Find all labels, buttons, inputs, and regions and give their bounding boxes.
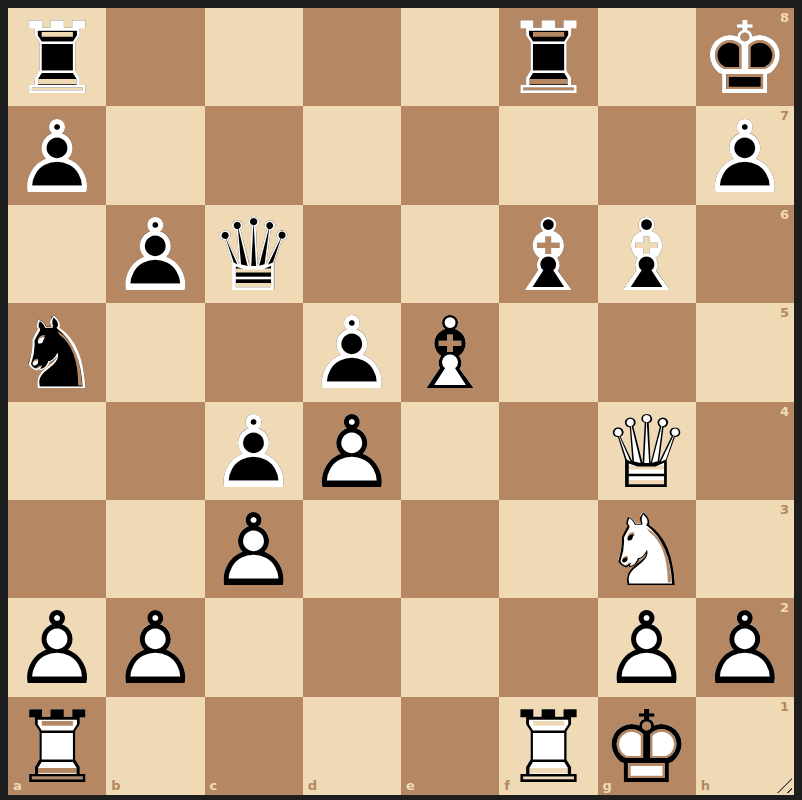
square-b1[interactable]: b <box>106 697 204 795</box>
white-bishop[interactable]: ♝♗ <box>401 303 499 401</box>
square-e6[interactable] <box>401 205 499 303</box>
square-c3[interactable]: ♟♙ <box>205 500 303 598</box>
square-b4[interactable] <box>106 402 204 500</box>
square-g5[interactable] <box>598 303 696 401</box>
square-a8[interactable]: ♜♖ <box>8 8 106 106</box>
square-h7[interactable]: ♟♙7 <box>696 106 794 204</box>
square-e4[interactable] <box>401 402 499 500</box>
square-a1[interactable]: ♜♖a <box>8 697 106 795</box>
square-c6[interactable]: ♛♕ <box>205 205 303 303</box>
file-label-b: b <box>111 779 120 792</box>
square-a3[interactable] <box>8 500 106 598</box>
square-b3[interactable] <box>106 500 204 598</box>
square-h8[interactable]: ♚♔8 <box>696 8 794 106</box>
rank-label-1: 1 <box>780 700 789 713</box>
square-d3[interactable] <box>303 500 401 598</box>
white-pawn[interactable]: ♟♙ <box>205 500 303 598</box>
square-f2[interactable] <box>499 598 597 696</box>
square-d6[interactable] <box>303 205 401 303</box>
square-d2[interactable] <box>303 598 401 696</box>
chess-board: ♜♖♜♖♚♔8♟♙♟♙7♟♙♛♕♝♗♝♗6♞♘♟♙♝♗5♟♙♟♙♛♕4♟♙♞♘3… <box>8 8 794 795</box>
black-pawn[interactable]: ♟♙ <box>696 106 794 204</box>
file-label-d: d <box>308 779 317 792</box>
square-c7[interactable] <box>205 106 303 204</box>
square-f6[interactable]: ♝♗ <box>499 205 597 303</box>
square-a2[interactable]: ♟♙ <box>8 598 106 696</box>
square-c2[interactable] <box>205 598 303 696</box>
square-e3[interactable] <box>401 500 499 598</box>
square-a6[interactable] <box>8 205 106 303</box>
square-f1[interactable]: ♜♖f <box>499 697 597 795</box>
square-a7[interactable]: ♟♙ <box>8 106 106 204</box>
square-e8[interactable] <box>401 8 499 106</box>
square-c4[interactable]: ♟♙ <box>205 402 303 500</box>
square-d1[interactable]: d <box>303 697 401 795</box>
file-label-e: e <box>406 779 415 792</box>
square-b6[interactable]: ♟♙ <box>106 205 204 303</box>
square-g4[interactable]: ♛♕ <box>598 402 696 500</box>
white-rook[interactable]: ♜♖ <box>8 697 106 795</box>
square-b7[interactable] <box>106 106 204 204</box>
square-e7[interactable] <box>401 106 499 204</box>
chess-board-frame: ♜♖♜♖♚♔8♟♙♟♙7♟♙♛♕♝♗♝♗6♞♘♟♙♝♗5♟♙♟♙♛♕4♟♙♞♘3… <box>0 0 802 800</box>
black-rook[interactable]: ♜♖ <box>8 8 106 106</box>
square-b2[interactable]: ♟♙ <box>106 598 204 696</box>
square-c5[interactable] <box>205 303 303 401</box>
square-a4[interactable] <box>8 402 106 500</box>
rank-label-4: 4 <box>780 405 789 418</box>
square-b8[interactable] <box>106 8 204 106</box>
rank-label-6: 6 <box>780 208 789 221</box>
square-f7[interactable] <box>499 106 597 204</box>
file-label-h: h <box>701 779 710 792</box>
square-d7[interactable] <box>303 106 401 204</box>
square-e5[interactable]: ♝♗ <box>401 303 499 401</box>
square-g2[interactable]: ♟♙ <box>598 598 696 696</box>
white-pawn[interactable]: ♟♙ <box>303 402 401 500</box>
square-h1[interactable]: 1h <box>696 697 794 795</box>
square-d4[interactable]: ♟♙ <box>303 402 401 500</box>
square-g8[interactable] <box>598 8 696 106</box>
black-queen[interactable]: ♛♕ <box>205 205 303 303</box>
white-queen[interactable]: ♛♕ <box>598 402 696 500</box>
rank-label-3: 3 <box>780 503 789 516</box>
black-knight[interactable]: ♞♘ <box>8 303 106 401</box>
white-pawn[interactable]: ♟♙ <box>106 598 204 696</box>
white-rook[interactable]: ♜♖ <box>499 697 597 795</box>
square-c1[interactable]: c <box>205 697 303 795</box>
square-g6[interactable]: ♝♗ <box>598 205 696 303</box>
file-label-c: c <box>210 779 218 792</box>
square-e2[interactable] <box>401 598 499 696</box>
square-f3[interactable] <box>499 500 597 598</box>
black-pawn[interactable]: ♟♙ <box>303 303 401 401</box>
black-pawn[interactable]: ♟♙ <box>205 402 303 500</box>
square-g3[interactable]: ♞♘ <box>598 500 696 598</box>
white-knight[interactable]: ♞♘ <box>598 500 696 598</box>
square-h4[interactable]: 4 <box>696 402 794 500</box>
square-e1[interactable]: e <box>401 697 499 795</box>
square-h5[interactable]: 5 <box>696 303 794 401</box>
black-pawn[interactable]: ♟♙ <box>8 106 106 204</box>
rank-label-5: 5 <box>780 306 789 319</box>
square-d8[interactable] <box>303 8 401 106</box>
black-rook[interactable]: ♜♖ <box>499 8 597 106</box>
white-pawn[interactable]: ♟♙ <box>696 598 794 696</box>
square-h3[interactable]: 3 <box>696 500 794 598</box>
white-pawn[interactable]: ♟♙ <box>8 598 106 696</box>
square-b5[interactable] <box>106 303 204 401</box>
square-g1[interactable]: ♚♔g <box>598 697 696 795</box>
black-bishop[interactable]: ♝♗ <box>598 205 696 303</box>
black-pawn[interactable]: ♟♙ <box>106 205 204 303</box>
black-bishop[interactable]: ♝♗ <box>499 205 597 303</box>
square-f5[interactable] <box>499 303 597 401</box>
white-pawn[interactable]: ♟♙ <box>598 598 696 696</box>
square-h2[interactable]: ♟♙2 <box>696 598 794 696</box>
black-king[interactable]: ♚♔ <box>696 8 794 106</box>
square-g7[interactable] <box>598 106 696 204</box>
square-h6[interactable]: 6 <box>696 205 794 303</box>
square-a5[interactable]: ♞♘ <box>8 303 106 401</box>
square-f8[interactable]: ♜♖ <box>499 8 597 106</box>
square-d5[interactable]: ♟♙ <box>303 303 401 401</box>
white-king[interactable]: ♚♔ <box>598 697 696 795</box>
square-c8[interactable] <box>205 8 303 106</box>
square-f4[interactable] <box>499 402 597 500</box>
